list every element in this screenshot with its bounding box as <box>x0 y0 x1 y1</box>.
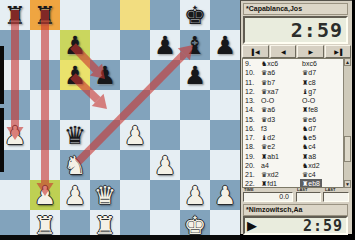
move-black[interactable]: ♛e6 <box>300 115 318 124</box>
move-white[interactable]: ♜ab1 <box>259 152 281 161</box>
black-piece-g6[interactable]: ♟ <box>184 61 206 90</box>
square-c6[interactable]: ♟ <box>60 60 90 90</box>
square-b3[interactable] <box>30 150 60 180</box>
nav-first-button[interactable]: ▌◀ <box>242 45 269 58</box>
move-number: 21. <box>243 170 259 179</box>
square-e5[interactable] <box>120 90 150 120</box>
move-black[interactable]: ♛c4 <box>300 170 318 179</box>
black-piece-g7[interactable]: ♝ <box>184 31 206 60</box>
black-piece-d6[interactable]: ♟ <box>94 61 116 90</box>
square-a3[interactable] <box>0 150 30 180</box>
move-black[interactable]: ♜a8 <box>300 152 318 161</box>
square-c2[interactable]: ♟ <box>60 180 90 210</box>
move-black[interactable]: ♛d7 <box>300 68 318 77</box>
white-piece-g2[interactable]: ♟ <box>184 181 206 210</box>
move-list: 9.♞xc6bxc610.♛a6♛d711.♛b7♜c812.♛xa7♝g713… <box>242 58 351 188</box>
square-a2[interactable] <box>0 180 30 210</box>
square-d7[interactable] <box>90 30 120 60</box>
square-a4[interactable]: ♟ <box>0 120 30 150</box>
move-row: 18.♛e2♞c4 <box>243 142 350 151</box>
eval-field-2 <box>296 192 321 202</box>
move-white[interactable]: O-O <box>259 96 276 105</box>
black-piece-f7[interactable]: ♟ <box>154 31 176 60</box>
move-row: 15.♛d3♛e6 <box>243 115 350 124</box>
square-e4[interactable]: ♟ <box>120 120 150 150</box>
play-icon: ▶ <box>245 219 257 232</box>
square-c3[interactable]: ♞ <box>60 150 90 180</box>
move-white[interactable]: ♛xd2 <box>259 170 281 179</box>
move-white[interactable]: ♛xa7 <box>259 87 281 96</box>
white-piece-a4[interactable]: ♟ <box>4 121 26 150</box>
scroll-up-icon[interactable]: ▲ <box>344 58 351 66</box>
move-number: 20. <box>243 161 259 170</box>
move-white[interactable]: ♛d3 <box>259 115 277 124</box>
move-white[interactable]: ♛a6 <box>259 105 277 114</box>
square-g8[interactable]: ♚ <box>180 0 210 30</box>
nav-next-button[interactable]: ▶ <box>297 45 324 58</box>
move-row: 11.♛b7♜c8 <box>243 78 350 87</box>
black-piece-c4[interactable]: ♛ <box>64 121 86 150</box>
move-row: 10.♛a6♛d7 <box>243 68 350 77</box>
square-b8[interactable]: ♜ <box>30 0 60 30</box>
square-e6[interactable] <box>120 60 150 90</box>
square-b5[interactable] <box>30 90 60 120</box>
move-white[interactable]: ♝d2 <box>259 133 277 142</box>
move-number: 10. <box>243 68 259 77</box>
move-number: 9. <box>243 59 259 68</box>
video-edge-artifact <box>0 108 4 172</box>
move-row: 20.a4♞xd2 <box>243 161 350 170</box>
square-g4[interactable] <box>180 120 210 150</box>
square-h7[interactable]: ♟ <box>210 30 240 60</box>
square-h5[interactable] <box>210 90 240 120</box>
black-piece-c6[interactable]: ♟ <box>64 61 86 90</box>
chess-app-window: ♜♜♚♟♟♝♟♟♟♟♟♛♟♞♟♟♟♛♟♟♜♜♚ *Capablanca,Jos … <box>0 0 355 240</box>
square-c5[interactable] <box>60 90 90 120</box>
white-piece-b2[interactable]: ♟ <box>34 181 56 210</box>
move-number: 15. <box>243 115 259 124</box>
move-number: 12. <box>243 87 259 96</box>
square-e8[interactable] <box>120 0 150 30</box>
square-f8[interactable] <box>150 0 180 30</box>
square-d2[interactable]: ♛ <box>90 180 120 210</box>
clock-white: ▶ 2:59 <box>243 216 348 235</box>
square-e7[interactable] <box>120 30 150 60</box>
square-c4[interactable]: ♛ <box>60 120 90 150</box>
square-h8[interactable] <box>210 0 240 30</box>
move-white[interactable]: f3 <box>259 124 269 133</box>
move-row: 16.f3♞d7 <box>243 124 350 133</box>
black-piece-g8[interactable]: ♚ <box>184 1 206 30</box>
move-row: 21.♛xd2♛c4 <box>243 170 350 179</box>
move-list-scrollbar[interactable]: ▲ ▼ <box>343 58 351 188</box>
square-b6[interactable] <box>30 60 60 90</box>
square-h3[interactable] <box>210 150 240 180</box>
move-number: 18. <box>243 142 259 151</box>
square-e2[interactable] <box>120 180 150 210</box>
square-d8[interactable] <box>90 0 120 30</box>
square-c8[interactable] <box>60 0 90 30</box>
video-edge-artifact <box>0 46 4 104</box>
chess-board: ♜♜♚♟♟♝♟♟♟♟♟♛♟♞♟♟♟♛♟♟♜♜♚ <box>0 0 240 240</box>
move-black[interactable]: ♞xd2 <box>300 161 322 170</box>
move-black[interactable]: ♞d7 <box>300 124 318 133</box>
square-a8[interactable]: ♜ <box>0 0 30 30</box>
black-piece-h7[interactable]: ♟ <box>214 31 236 60</box>
square-d4[interactable] <box>90 120 120 150</box>
move-white[interactable]: ♛e2 <box>259 142 277 151</box>
move-black[interactable]: ♝g7 <box>300 87 318 96</box>
move-white[interactable]: ♞xc6 <box>259 59 280 68</box>
square-b4[interactable] <box>30 120 60 150</box>
move-white[interactable]: ♛a6 <box>259 68 277 77</box>
scroll-down-icon[interactable]: ▼ <box>344 180 351 188</box>
square-e3[interactable] <box>120 150 150 180</box>
player-name-black: *Capablanca,Jos <box>243 3 348 15</box>
white-piece-h2[interactable]: ♟ <box>214 181 236 210</box>
move-black[interactable]: bxc6 <box>300 59 319 68</box>
square-c7[interactable]: ♟ <box>60 30 90 60</box>
move-row: 9.♞xc6bxc6 <box>243 59 350 68</box>
move-number: 13. <box>243 96 259 105</box>
move-number: 16. <box>243 124 259 133</box>
move-number: 19. <box>243 152 259 161</box>
move-number: 11. <box>243 78 259 87</box>
move-black[interactable]: O-O <box>300 96 317 105</box>
move-number: 17. <box>243 133 259 142</box>
black-piece-a8[interactable]: ♜ <box>4 1 26 30</box>
board-bottom-border <box>0 235 240 240</box>
square-f7[interactable]: ♟ <box>150 30 180 60</box>
move-white[interactable]: ♜fd1 <box>259 179 279 188</box>
white-piece-e4[interactable]: ♟ <box>124 121 146 150</box>
square-f2[interactable] <box>150 180 180 210</box>
clock-black-time: 2:59 <box>245 18 346 42</box>
move-row: 19.♜ab1♜a8 <box>243 152 350 161</box>
square-g5[interactable] <box>180 90 210 120</box>
move-row: 14.♛a6♜fe8 <box>243 105 350 114</box>
square-d6[interactable]: ♟ <box>90 60 120 90</box>
move-white[interactable]: a4 <box>259 161 271 170</box>
black-piece-b8[interactable]: ♜ <box>34 1 56 30</box>
move-row: 13.O-OO-O <box>243 96 350 105</box>
move-number: 14. <box>243 105 259 114</box>
player-name-white: *Nimzowitsch,Aa <box>243 204 348 216</box>
scrollbar-thumb[interactable] <box>344 136 351 162</box>
square-f6[interactable] <box>150 60 180 90</box>
nav-last-button[interactable]: ▶▐ <box>325 45 352 58</box>
square-g3[interactable] <box>180 150 210 180</box>
eval-value-field: 0.0 <box>243 192 293 202</box>
square-d5[interactable] <box>90 90 120 120</box>
square-f4[interactable] <box>150 120 180 150</box>
square-a5[interactable] <box>0 90 30 120</box>
white-piece-c2[interactable]: ♟ <box>64 181 86 210</box>
move-navigation-bar: ▌◀◀▶▶▐ <box>242 45 351 58</box>
square-g7[interactable]: ♝ <box>180 30 210 60</box>
square-g6[interactable]: ♟ <box>180 60 210 90</box>
move-black[interactable]: ♞c4 <box>300 142 318 151</box>
white-piece-f3[interactable]: ♟ <box>154 151 176 180</box>
square-d3[interactable] <box>90 150 120 180</box>
nav-prev-button[interactable]: ◀ <box>270 45 297 58</box>
square-a6[interactable] <box>0 60 30 90</box>
black-piece-c7[interactable]: ♟ <box>64 31 86 60</box>
move-black[interactable]: ♞e5 <box>300 133 318 142</box>
square-g2[interactable]: ♟ <box>180 180 210 210</box>
square-h4[interactable] <box>210 120 240 150</box>
move-black[interactable]: ♜fe8 <box>300 105 320 114</box>
clock-black: 2:59 <box>243 16 348 44</box>
move-row: 12.♛xa7♝g7 <box>243 87 350 96</box>
square-b7[interactable] <box>30 30 60 60</box>
notation-panel: *Capablanca,Jos 2:59 ▌◀◀▶▶▐ 9.♞xc6bxc610… <box>240 0 352 234</box>
white-piece-c3[interactable]: ♞ <box>64 151 86 180</box>
square-h6[interactable] <box>210 60 240 90</box>
eval-field-3 <box>323 192 349 202</box>
clock-white-time: 2:59 <box>257 217 346 235</box>
square-f5[interactable] <box>150 90 180 120</box>
move-white[interactable]: ♛b7 <box>259 78 277 87</box>
white-piece-d2[interactable]: ♛ <box>94 181 116 210</box>
move-black[interactable]: ♜c8 <box>300 78 318 87</box>
square-a7[interactable] <box>0 30 30 60</box>
square-f3[interactable]: ♟ <box>150 150 180 180</box>
square-b2[interactable]: ♟ <box>30 180 60 210</box>
move-row: 17.♝d2♞e5 <box>243 133 350 142</box>
square-h2[interactable]: ♟ <box>210 180 240 210</box>
